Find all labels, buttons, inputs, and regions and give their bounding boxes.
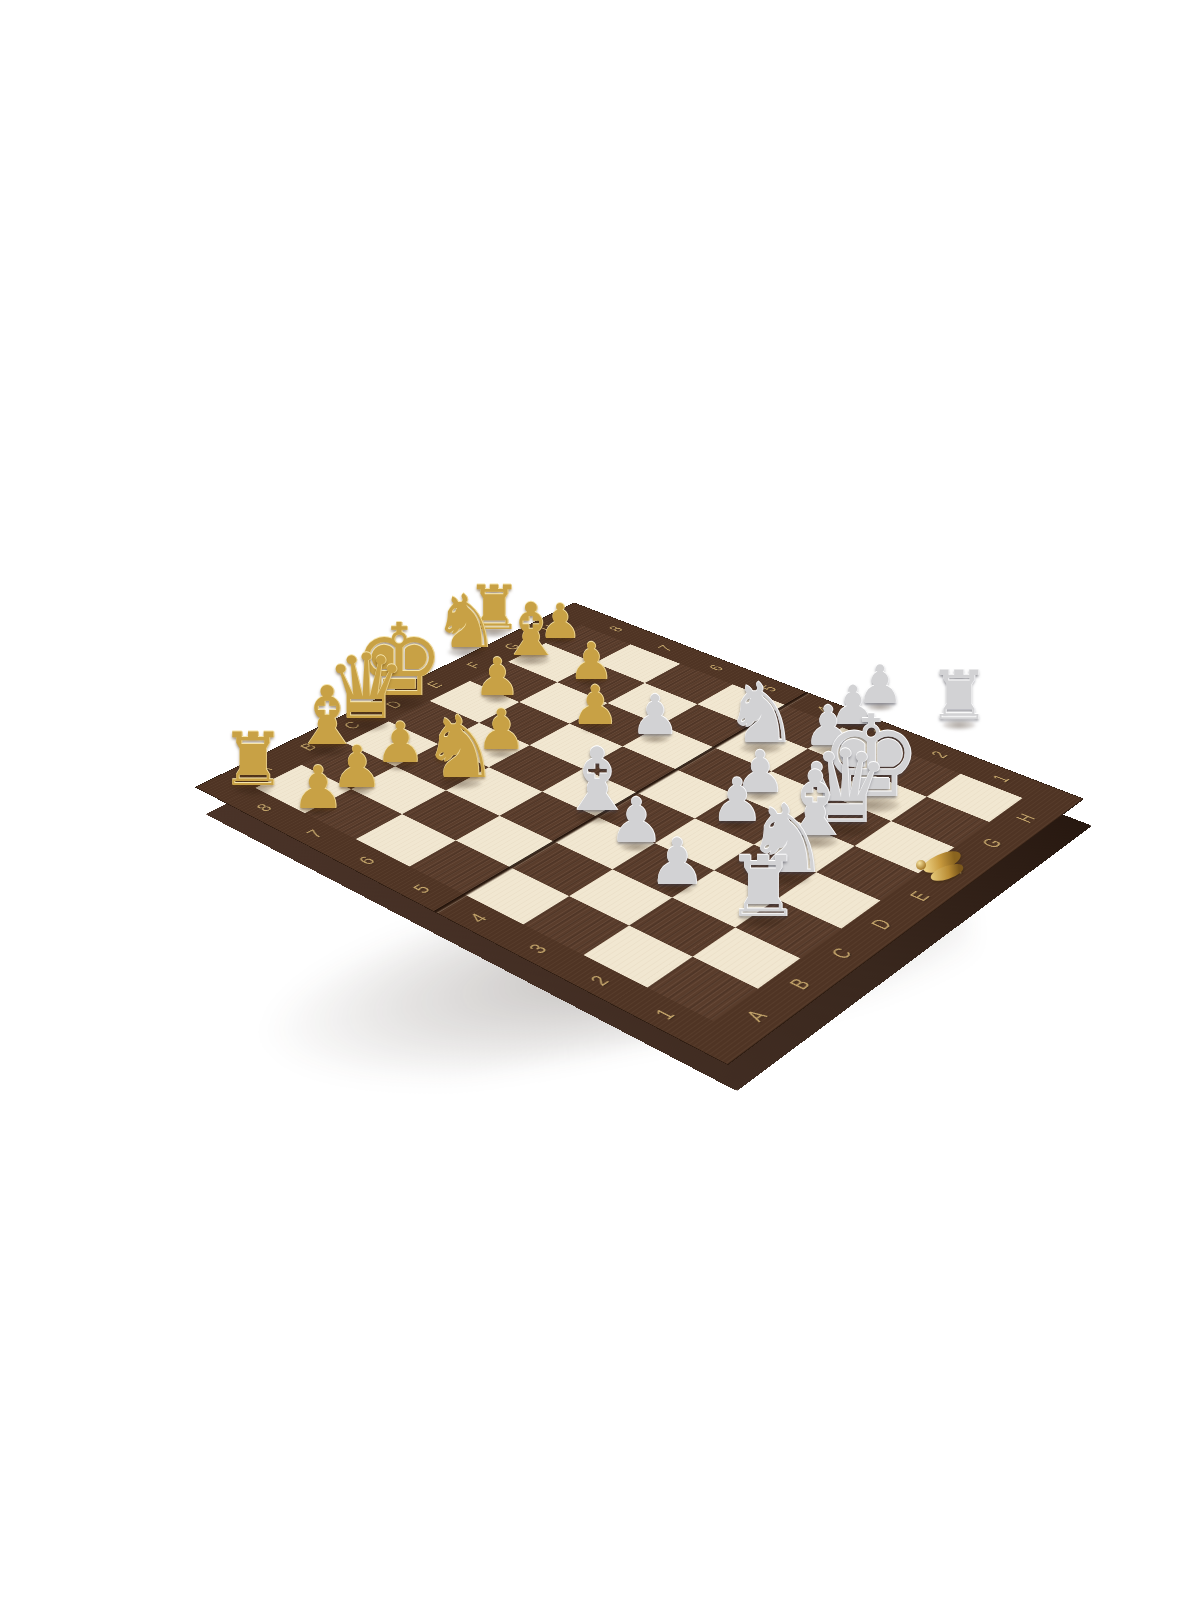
clasp-pin-icon xyxy=(916,860,926,870)
piece-contact-shadow xyxy=(866,703,894,711)
black-r-glyph: ♜ xyxy=(467,577,522,638)
brass-clasp-icon xyxy=(916,846,968,888)
piece-contact-shadow xyxy=(942,720,977,730)
product-photo: ABCDEFGH8877665544332211ABCDEFGH ♜♟♞♝♟♟♚… xyxy=(0,0,1200,1600)
white-r-glyph: ♜ xyxy=(929,662,990,730)
white-p-glyph: ♟ xyxy=(856,658,904,711)
